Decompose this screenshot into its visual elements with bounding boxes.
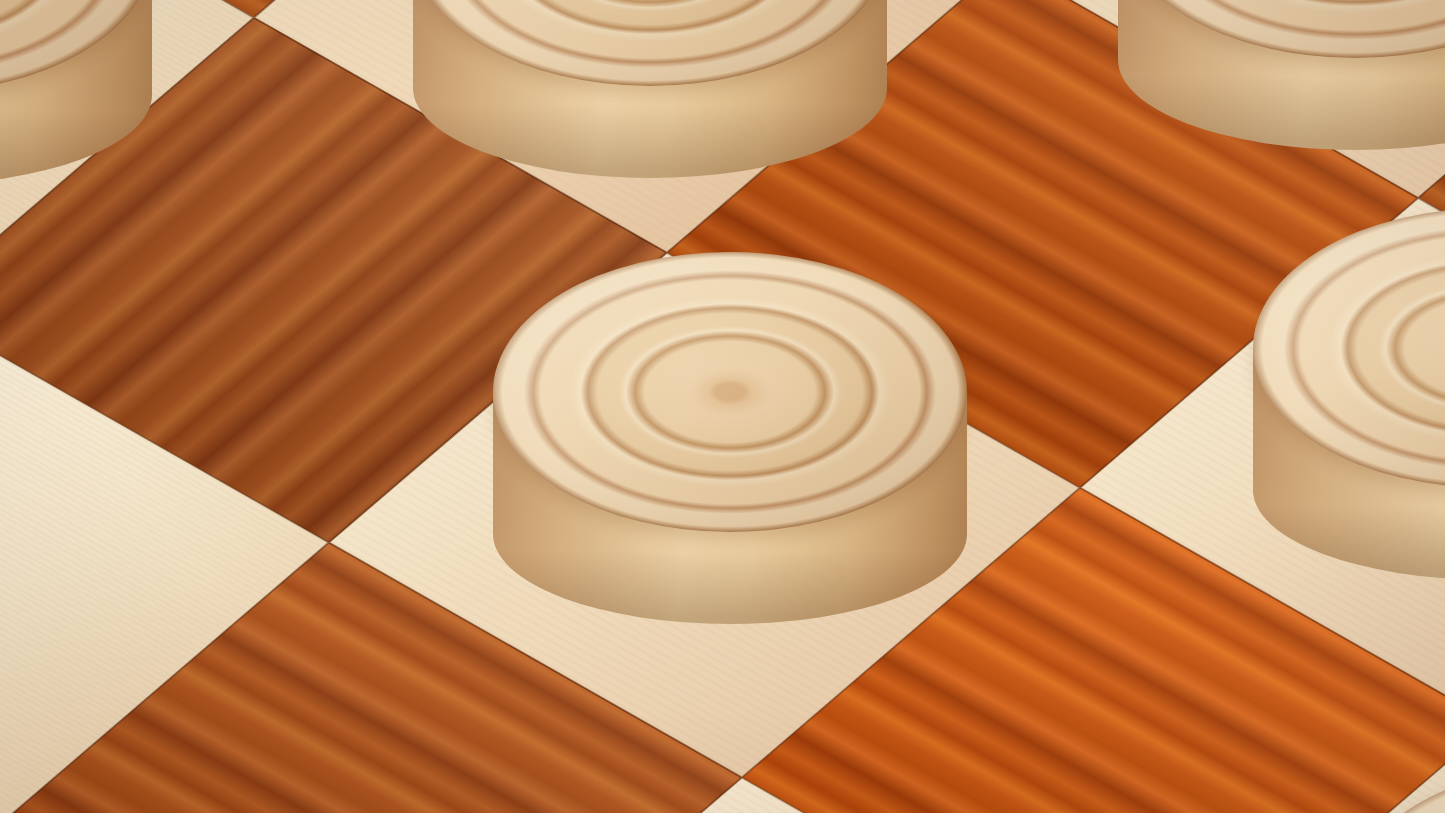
checkers-board-photo: Close-up angled photograph of a wooden c… xyxy=(0,0,1445,813)
checkers-pieces-layer xyxy=(0,0,1445,813)
piece-top-face xyxy=(1348,763,1445,813)
piece-top-face xyxy=(493,252,967,532)
